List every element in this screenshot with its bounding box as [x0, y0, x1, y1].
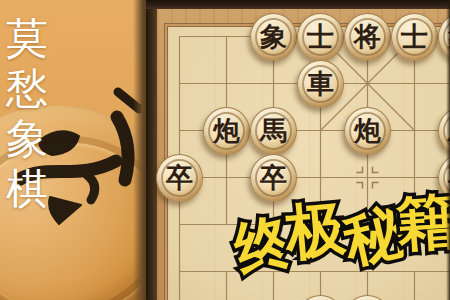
board-cell: 炮: [203, 107, 250, 154]
board-cell: 卒: [156, 154, 203, 201]
piece-glyph: 象: [260, 23, 287, 50]
board-cell: 兵: [297, 295, 344, 300]
board-cell: 馬: [250, 107, 297, 154]
title-char: 愁: [3, 64, 51, 114]
title-char: 棋: [3, 164, 51, 214]
piece-red-soldier[interactable]: 兵: [344, 295, 391, 300]
title-char: 莫: [3, 14, 51, 64]
caption-char: 籍: [395, 190, 450, 254]
piece-black-elephant[interactable]: 象: [250, 13, 297, 61]
piece-black-chariot[interactable]: 車: [297, 60, 344, 108]
piece-black-cannon[interactable]: 炮: [344, 107, 391, 155]
piece-black-advisor[interactable]: 士: [297, 13, 344, 61]
piece-glyph: 将: [354, 23, 381, 50]
caption-overlay: 终极秘籍: [229, 190, 450, 250]
piece-glyph: 士: [401, 23, 428, 50]
piece-glyph: 馬: [260, 117, 287, 144]
piece-black-horse[interactable]: 馬: [250, 107, 297, 155]
board-cell: 士: [297, 13, 344, 60]
board-cell: 象: [250, 13, 297, 60]
piece-black-cannon[interactable]: 炮: [203, 107, 250, 155]
title-char: 象: [3, 114, 51, 164]
piece-glyph: 士: [307, 23, 334, 50]
vertical-title: 莫愁象棋: [3, 14, 51, 214]
piece-glyph: 炮: [213, 117, 240, 144]
piece-black-general[interactable]: 将: [344, 13, 391, 61]
board-cell: 将: [344, 13, 391, 60]
board-cell: 士: [391, 13, 438, 60]
piece-glyph: 炮: [354, 117, 381, 144]
piece-glyph: 卒: [260, 164, 287, 191]
board-cell: 兵: [344, 295, 391, 300]
caption-char: 极: [283, 198, 344, 263]
piece-black-advisor[interactable]: 士: [391, 13, 438, 61]
piece-black-soldier[interactable]: 卒: [156, 154, 203, 202]
left-panel: 莫愁象棋: [0, 0, 150, 300]
board-cell: 炮: [344, 107, 391, 154]
screen-right-shadow: [446, 0, 450, 300]
piece-glyph: 車: [307, 70, 334, 97]
board-cell: 車: [297, 60, 344, 107]
piece-glyph: 卒: [166, 164, 193, 191]
screenshot-root: 莫愁象棋 象士将士象車炮馬炮馬卒卒卒兵兵兵: [0, 0, 450, 300]
piece-red-soldier[interactable]: 兵: [297, 295, 344, 300]
